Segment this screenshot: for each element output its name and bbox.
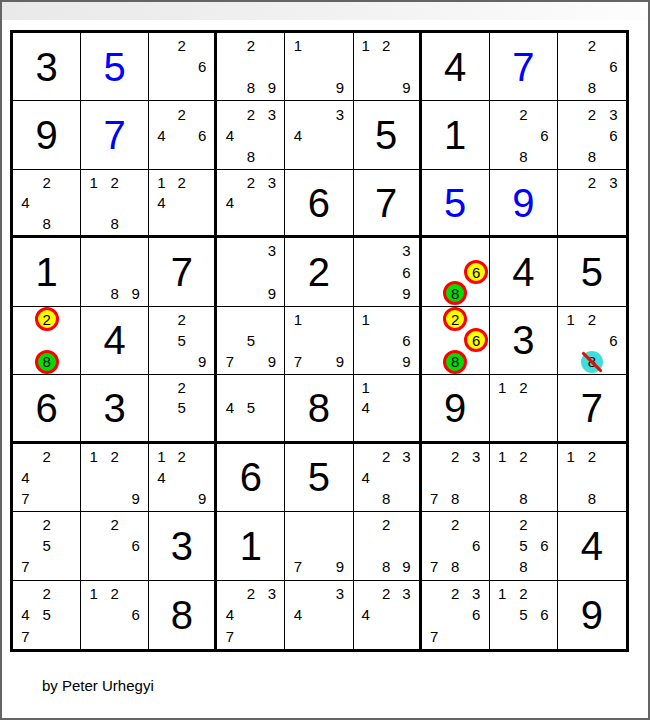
candidate-digit: 2 <box>178 449 186 464</box>
cell-r4c7[interactable]: 68 <box>422 238 490 306</box>
candidate-slot-6 <box>261 330 282 351</box>
candidate-slot-9: 9 <box>125 283 146 304</box>
candidate-slot-5 <box>240 192 261 212</box>
candidate-slot-8 <box>104 556 125 577</box>
candidate-slot-7 <box>560 77 581 98</box>
candidate-slot-8 <box>172 351 192 372</box>
cell-r6c4[interactable]: 45 <box>217 375 285 443</box>
cell-r7c8[interactable]: 128 <box>490 444 558 512</box>
cell-r3c7[interactable]: 5 <box>422 170 490 238</box>
candidate-slot-7 <box>560 488 581 509</box>
candidate-slot-8: 8 <box>104 213 125 233</box>
candidate-slot-8 <box>36 488 57 509</box>
candidate-slot-4 <box>356 330 376 351</box>
candidate-slot-6 <box>261 261 282 282</box>
candidate-digit: 8 <box>110 286 118 301</box>
given-digit: 7 <box>558 375 626 440</box>
candidate-slot-7 <box>492 488 513 509</box>
candidate-digit: 1 <box>362 380 370 395</box>
candidate-slot-4 <box>287 330 308 351</box>
candidate-slot-4 <box>492 398 513 418</box>
cell-r6c8[interactable]: 12 <box>490 375 558 443</box>
candidate-slot-1 <box>492 514 513 535</box>
candidate-slot-8 <box>240 351 261 372</box>
candidate-slot-5 <box>376 261 396 282</box>
given-digit: 2 <box>285 238 352 305</box>
candidate-slot-2 <box>308 103 329 124</box>
candidate-slot-5 <box>36 330 57 351</box>
cell-r2c5[interactable]: 34 <box>285 101 353 169</box>
candidate-slot-1 <box>151 377 171 397</box>
candidate-digit: 1 <box>498 586 506 601</box>
candidate-slot-2 <box>308 583 329 604</box>
candidate-slot-5 <box>445 261 466 282</box>
candidate-slot-7 <box>151 351 171 372</box>
candidate-slot-7 <box>356 488 376 509</box>
candidate-slot-4: 4 <box>15 604 36 625</box>
cell-r8c9[interactable]: 4 <box>558 512 626 580</box>
candidate-digit: 9 <box>336 354 344 369</box>
candidate-slot-2: 2 <box>172 446 192 467</box>
candidate-digit: 6 <box>132 607 140 622</box>
cell-r2c2[interactable]: 7 <box>81 101 149 169</box>
cell-r1c6[interactable]: 129 <box>354 33 422 101</box>
cell-r3c9[interactable]: 23 <box>558 170 626 238</box>
candidate-slot-9: 9 <box>261 77 282 98</box>
candidate-slot-3 <box>192 377 212 397</box>
candidate-slot-5 <box>36 467 57 488</box>
candidate-slot-3 <box>330 514 351 535</box>
candidate-slot-2: 2 <box>376 583 396 604</box>
cell-r5c7[interactable]: 268 <box>422 307 490 375</box>
cell-r6c6[interactable]: 14 <box>354 375 422 443</box>
candidate-slot-3: 3 <box>466 583 487 604</box>
cell-r7c2[interactable]: 129 <box>81 444 149 512</box>
candidate-slot-2: 2 <box>240 35 261 56</box>
candidate-digit: 8 <box>110 216 118 231</box>
candidate-digit: 2 <box>178 380 186 395</box>
candidate-slot-9 <box>57 626 78 647</box>
candidate-slot-6 <box>192 398 212 418</box>
cell-r9c5[interactable]: 34 <box>285 581 353 649</box>
candidate-slot-2 <box>376 240 396 261</box>
candidate-slot-7 <box>151 77 171 98</box>
candidate-slot-9 <box>57 351 78 372</box>
candidate-slot-5 <box>104 192 125 212</box>
candidate-slot-9 <box>534 146 555 167</box>
given-digit: 5 <box>558 238 626 305</box>
pencil-marks: 28 <box>15 309 78 372</box>
candidate-digit: 9 <box>402 559 410 574</box>
cell-r9c9[interactable]: 9 <box>558 581 626 649</box>
cell-r3c4[interactable]: 234 <box>217 170 285 238</box>
candidate-digit: 5 <box>178 400 186 415</box>
candidate-slot-4: 4 <box>219 125 240 146</box>
candidate-slot-1: 1 <box>151 172 171 192</box>
candidate-digit: 3 <box>609 107 617 122</box>
candidate-slot-8: 8 <box>445 351 466 372</box>
cell-r1c2[interactable]: 5 <box>81 33 149 101</box>
candidate-digit: 8 <box>382 491 390 506</box>
cell-r8c1[interactable]: 257 <box>13 512 81 580</box>
candidate-slot-3 <box>396 514 416 535</box>
candidate-digit: 2 <box>519 380 527 395</box>
cell-r5c9[interactable]: 1268 <box>558 307 626 375</box>
cell-r9c3[interactable]: 8 <box>149 581 217 649</box>
candidate-slot-2: 2 <box>240 103 261 124</box>
candidate-slot-6: 6 <box>466 535 487 556</box>
candidate-slot-8 <box>376 77 396 98</box>
cell-r7c1[interactable]: 247 <box>13 444 81 512</box>
cell-r5c3[interactable]: 259 <box>149 307 217 375</box>
candidate-slot-8 <box>308 626 329 647</box>
candidate-digit: 4 <box>226 400 234 415</box>
cell-r9c2[interactable]: 126 <box>81 581 149 649</box>
candidate-slot-2: 2 <box>445 514 466 535</box>
candidate-slot-6: 6 <box>534 604 555 625</box>
candidate-slot-8: 8 <box>581 146 602 167</box>
candidate-digit: 6 <box>472 607 480 622</box>
candidate-slot-5: 5 <box>513 604 534 625</box>
candidate-digit: 8 <box>451 491 459 506</box>
candidate-slot-4: 4 <box>356 604 376 625</box>
candidate-slot-1: 1 <box>83 172 104 192</box>
cell-r8c6[interactable]: 289 <box>354 512 422 580</box>
candidate-slot-5: 5 <box>240 398 261 418</box>
cell-r9c6[interactable]: 234 <box>354 581 422 649</box>
candidate-slot-8: 8 <box>104 283 125 304</box>
candidate-slot-6 <box>125 467 146 488</box>
candidate-slot-4 <box>15 330 36 351</box>
candidate-slot-9: 9 <box>396 283 416 304</box>
cell-r5c5[interactable]: 179 <box>285 307 353 375</box>
candidate-slot-3 <box>261 309 282 330</box>
pencil-marks: 2368 <box>560 103 624 166</box>
candidate-slot-2: 2 <box>513 446 534 467</box>
candidate-slot-8 <box>36 556 57 577</box>
candidate-slot-3 <box>125 240 146 261</box>
candidate-slot-4: 4 <box>219 192 240 212</box>
candidate-slot-1 <box>560 35 581 56</box>
candidate-slot-6 <box>330 535 351 556</box>
candidate-slot-4 <box>424 604 445 625</box>
cell-r2c7[interactable]: 1 <box>422 101 490 169</box>
candidate-slot-2: 2 <box>445 309 466 330</box>
cell-r3c5[interactable]: 6 <box>285 170 353 238</box>
cell-r1c8[interactable]: 7 <box>490 33 558 101</box>
candidate-slot-9 <box>330 626 351 647</box>
cell-r4c8[interactable]: 4 <box>490 238 558 306</box>
candidate-slot-3 <box>534 583 555 604</box>
candidate-slot-2: 2 <box>513 514 534 535</box>
candidate-digit: 2 <box>247 586 255 601</box>
cell-r4c9[interactable]: 5 <box>558 238 626 306</box>
candidate-slot-4 <box>15 535 36 556</box>
candidate-slot-7: 7 <box>15 488 36 509</box>
cell-r4c6[interactable]: 369 <box>354 238 422 306</box>
cell-r1c9[interactable]: 268 <box>558 33 626 101</box>
cell-r4c4[interactable]: 39 <box>217 238 285 306</box>
cell-r7c5[interactable]: 5 <box>285 444 353 512</box>
candidate-slot-3 <box>396 309 416 330</box>
cell-r4c2[interactable]: 89 <box>81 238 149 306</box>
cell-r8c2[interactable]: 26 <box>81 512 149 580</box>
cell-r6c5[interactable]: 8 <box>285 375 353 443</box>
candidate-slot-2: 2 <box>581 309 602 330</box>
cell-r8c7[interactable]: 2678 <box>422 512 490 580</box>
candidate-slot-8 <box>172 488 192 509</box>
candidate-slot-1 <box>356 583 376 604</box>
cell-r3c2[interactable]: 128 <box>81 170 149 238</box>
cell-r2c1[interactable]: 9 <box>13 101 81 169</box>
candidate-slot-7 <box>15 351 36 372</box>
candidate-digit: 5 <box>519 607 527 622</box>
candidate-slot-2: 2 <box>513 377 534 397</box>
candidate-slot-5 <box>376 56 396 77</box>
cell-r5c4[interactable]: 579 <box>217 307 285 375</box>
candidate-slot-6 <box>57 535 78 556</box>
candidate-slot-8 <box>376 418 396 438</box>
candidate-digit: 5 <box>42 538 50 553</box>
candidate-slot-9 <box>192 146 212 167</box>
candidate-slot-4: 4 <box>15 467 36 488</box>
candidate-digit: 2 <box>110 175 118 190</box>
cell-r1c4[interactable]: 289 <box>217 33 285 101</box>
cell-r3c3[interactable]: 124 <box>149 170 217 238</box>
candidate-slot-5 <box>376 398 396 418</box>
candidate-digit: 3 <box>336 107 344 122</box>
candidate-slot-1 <box>83 240 104 261</box>
candidate-slot-2: 2 <box>376 514 396 535</box>
cell-r1c1[interactable]: 3 <box>13 33 81 101</box>
sudoku-board: 3526289191294726897246234834512682368248… <box>10 30 629 652</box>
candidate-slot-4 <box>560 125 581 146</box>
candidate-digit: 3 <box>609 175 617 190</box>
candidate-slot-4 <box>424 467 445 488</box>
cell-r4c3[interactable]: 7 <box>149 238 217 306</box>
cell-r2c4[interactable]: 2348 <box>217 101 285 169</box>
cell-r6c9[interactable]: 7 <box>558 375 626 443</box>
candidate-digit: 1 <box>157 449 165 464</box>
candidate-digit: 6 <box>609 128 617 143</box>
given-digit: 4 <box>490 238 557 305</box>
candidate-digit: 7 <box>430 629 438 644</box>
cell-r2c6[interactable]: 5 <box>354 101 422 169</box>
candidate-slot-3: 3 <box>261 103 282 124</box>
cell-r7c4[interactable]: 6 <box>217 444 285 512</box>
cell-r3c1[interactable]: 248 <box>13 170 81 238</box>
candidate-slot-8 <box>36 626 57 647</box>
candidate-slot-5: 5 <box>36 604 57 625</box>
cell-r3c6[interactable]: 7 <box>354 170 422 238</box>
cell-r6c2[interactable]: 3 <box>81 375 149 443</box>
cell-r5c2[interactable]: 4 <box>81 307 149 375</box>
candidate-digit: 9 <box>132 286 140 301</box>
candidate-slot-5: 5 <box>240 330 261 351</box>
candidate-digit: 4 <box>362 400 370 415</box>
pencil-marks: 34 <box>287 103 350 166</box>
candidate-slot-7 <box>424 283 445 304</box>
candidate-slot-7 <box>151 418 171 438</box>
candidate-slot-9 <box>125 213 146 233</box>
pencil-marks: 34 <box>287 583 350 647</box>
candidate-digit: 6 <box>472 265 480 280</box>
candidate-slot-3 <box>603 309 624 330</box>
candidate-slot-1: 1 <box>356 377 376 397</box>
candidate-slot-6 <box>57 604 78 625</box>
candidate-slot-2: 2 <box>104 514 125 535</box>
candidate-digit: 8 <box>451 559 459 574</box>
candidate-slot-8 <box>172 77 192 98</box>
candidate-slot-5 <box>172 56 192 77</box>
cell-r8c5[interactable]: 79 <box>285 512 353 580</box>
candidate-digit: 4 <box>157 128 165 143</box>
candidate-slot-1: 1 <box>83 446 104 467</box>
candidate-digit: 3 <box>402 449 410 464</box>
candidate-slot-4 <box>219 56 240 77</box>
pencil-marks: 2348 <box>219 103 282 166</box>
candidate-slot-1 <box>356 240 376 261</box>
cell-r9c4[interactable]: 2347 <box>217 581 285 649</box>
candidate-slot-4 <box>151 398 171 418</box>
candidate-slot-7 <box>15 213 36 233</box>
candidate-slot-1 <box>287 514 308 535</box>
candidate-slot-1 <box>492 103 513 124</box>
given-digit: 5 <box>285 444 352 511</box>
candidate-slot-6 <box>534 398 555 418</box>
candidate-slot-6: 6 <box>192 56 212 77</box>
cell-r9c1[interactable]: 2457 <box>13 581 81 649</box>
cell-r1c5[interactable]: 19 <box>285 33 353 101</box>
candidate-slot-5: 5 <box>36 535 57 556</box>
pencil-marks: 234 <box>219 172 282 233</box>
candidate-slot-2: 2 <box>581 172 602 192</box>
candidate-slot-4: 4 <box>287 125 308 146</box>
candidate-digit: 6 <box>402 333 410 348</box>
cell-r9c8[interactable]: 1256 <box>490 581 558 649</box>
pencil-marks: 2348 <box>356 446 417 509</box>
cell-r8c8[interactable]: 2568 <box>490 512 558 580</box>
candidate-slot-7: 7 <box>287 351 308 372</box>
candidate-slot-9 <box>261 418 282 438</box>
candidate-digit: 6 <box>540 607 548 622</box>
candidate-digit: 3 <box>472 586 480 601</box>
candidate-slot-2: 2 <box>513 103 534 124</box>
cell-r1c3[interactable]: 26 <box>149 33 217 101</box>
candidate-slot-7 <box>287 626 308 647</box>
candidate-slot-8 <box>308 556 329 577</box>
candidate-slot-6: 6 <box>603 56 624 77</box>
cell-r4c5[interactable]: 2 <box>285 238 353 306</box>
candidate-slot-2: 2 <box>36 514 57 535</box>
candidate-slot-5 <box>581 330 602 351</box>
candidate-slot-9: 9 <box>261 283 282 304</box>
candidate-slot-4 <box>560 192 581 212</box>
candidate-slot-9: 9 <box>396 556 416 577</box>
candidate-slot-7: 7 <box>15 626 36 647</box>
candidate-slot-4 <box>560 467 581 488</box>
candidate-digit: 1 <box>566 312 574 327</box>
candidate-slot-1 <box>15 309 36 330</box>
candidate-slot-8 <box>172 146 192 167</box>
candidate-slot-4 <box>83 535 104 556</box>
candidate-digit: 2 <box>42 517 50 532</box>
candidate-digit: 2 <box>42 449 50 464</box>
cell-r2c9[interactable]: 2368 <box>558 101 626 169</box>
candidate-slot-1 <box>219 377 240 397</box>
cell-r5c8[interactable]: 3 <box>490 307 558 375</box>
candidate-slot-1: 1 <box>151 446 171 467</box>
candidate-slot-4: 4 <box>151 192 171 212</box>
cell-r5c6[interactable]: 169 <box>354 307 422 375</box>
candidate-digit: 4 <box>226 128 234 143</box>
candidate-slot-1: 1 <box>492 377 513 397</box>
candidate-slot-4 <box>83 467 104 488</box>
candidate-slot-1: 1 <box>287 309 308 330</box>
cell-r6c3[interactable]: 25 <box>149 375 217 443</box>
pencil-marks: 19 <box>287 35 350 98</box>
candidate-slot-2: 2 <box>240 172 261 192</box>
pencil-marks: 128 <box>492 446 555 509</box>
cell-r2c3[interactable]: 246 <box>149 101 217 169</box>
cell-r1c7[interactable]: 4 <box>422 33 490 101</box>
candidate-slot-5 <box>172 125 192 146</box>
candidate-slot-4 <box>424 535 445 556</box>
cell-r7c9[interactable]: 128 <box>558 444 626 512</box>
cell-r2c8[interactable]: 268 <box>490 101 558 169</box>
cell-r7c7[interactable]: 2378 <box>422 444 490 512</box>
cell-r4c1[interactable]: 1 <box>13 238 81 306</box>
candidate-digit: 5 <box>178 333 186 348</box>
candidate-slot-8: 8 <box>513 146 534 167</box>
candidate-slot-1: 1 <box>492 446 513 467</box>
cell-r3c8[interactable]: 9 <box>490 170 558 238</box>
given-digit: 3 <box>149 512 214 579</box>
pencil-marks: 23 <box>560 172 624 233</box>
candidate-slot-4: 4 <box>151 467 171 488</box>
cell-r7c6[interactable]: 2348 <box>354 444 422 512</box>
candidate-digit: 1 <box>566 449 574 464</box>
cell-r9c7[interactable]: 2367 <box>422 581 490 649</box>
candidate-slot-4 <box>219 261 240 282</box>
cell-r7c3[interactable]: 1249 <box>149 444 217 512</box>
pencil-marks: 1268 <box>560 309 624 372</box>
cell-r8c3[interactable]: 3 <box>149 512 217 580</box>
candidate-slot-3 <box>534 446 555 467</box>
given-digit: 6 <box>285 170 352 235</box>
candidate-slot-2: 2 <box>581 35 602 56</box>
candidate-slot-6: 6 <box>466 261 487 282</box>
candidate-slot-6 <box>466 467 487 488</box>
cell-r8c4[interactable]: 1 <box>217 512 285 580</box>
given-digit: 3 <box>81 375 148 440</box>
candidate-slot-6: 6 <box>466 330 487 351</box>
candidate-slot-8 <box>308 146 329 167</box>
cell-r6c1[interactable]: 6 <box>13 375 81 443</box>
candidate-slot-4 <box>492 467 513 488</box>
candidate-slot-7 <box>560 351 581 372</box>
candidate-slot-2: 2 <box>172 35 192 56</box>
candidate-digit: 1 <box>362 312 370 327</box>
candidate-digit: 4 <box>21 607 29 622</box>
given-digit: 9 <box>422 375 489 440</box>
candidate-slot-6 <box>396 398 416 418</box>
candidate-slot-3: 3 <box>330 583 351 604</box>
given-digit: 3 <box>490 307 557 374</box>
candidate-slot-6 <box>330 56 351 77</box>
cell-r5c1[interactable]: 28 <box>13 307 81 375</box>
cell-r6c7[interactable]: 9 <box>422 375 490 443</box>
